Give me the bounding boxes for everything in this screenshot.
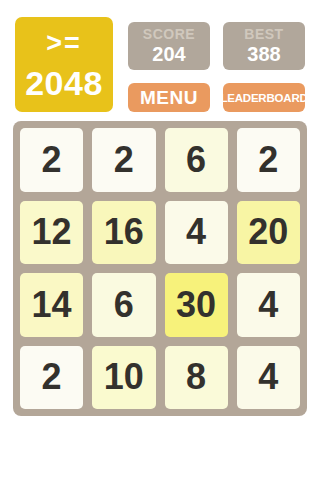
best-value: 388: [247, 42, 280, 66]
score-value: 204: [152, 42, 185, 66]
tile-r1c1: 2: [20, 128, 83, 192]
tile-r4c2: 10: [92, 346, 155, 410]
tile-r2c2: 16: [92, 201, 155, 265]
tile-r3c2: 6: [92, 273, 155, 337]
tile-r3c1: 14: [20, 273, 83, 337]
leaderboard-button[interactable]: LEADERBOARD: [223, 83, 305, 112]
tile-r4c1: 2: [20, 346, 83, 410]
tile-r3c4: 4: [237, 273, 300, 337]
app-logo: >= 2048: [15, 17, 113, 112]
logo-gte-symbol: >=: [46, 30, 82, 57]
tile-r3c3: 30: [165, 273, 228, 337]
best-box: BEST 388: [223, 22, 305, 70]
tile-r2c1: 12: [20, 201, 83, 265]
tile-r1c2: 2: [92, 128, 155, 192]
tile-r4c3: 8: [165, 346, 228, 410]
menu-button[interactable]: MENU: [128, 83, 210, 112]
score-box: SCORE 204: [128, 22, 210, 70]
score-label: SCORE: [143, 26, 195, 42]
logo-title: 2048: [25, 66, 103, 100]
tile-r1c4: 2: [237, 128, 300, 192]
tile-r1c3: 6: [165, 128, 228, 192]
tile-r2c4: 20: [237, 201, 300, 265]
tile-r2c3: 4: [165, 201, 228, 265]
tile-r4c4: 4: [237, 346, 300, 410]
app-screen: >= 2048 SCORE 204 BEST 388 MENU LEADERBO…: [0, 0, 320, 480]
best-label: BEST: [244, 26, 283, 42]
game-board[interactable]: 2 2 6 2 12 16 4 20 14 6 30 4 2 10 8 4: [13, 121, 307, 416]
